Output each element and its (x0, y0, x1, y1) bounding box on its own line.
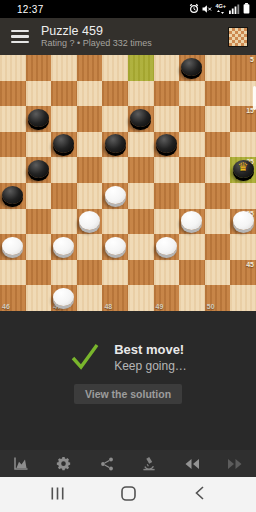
light-square (128, 234, 154, 260)
light-square (179, 81, 205, 107)
square-number-label: 48 (104, 303, 112, 310)
light-square (102, 260, 128, 286)
light-square (128, 81, 154, 107)
light-square (102, 106, 128, 132)
light-square (179, 183, 205, 209)
square-30[interactable] (205, 183, 231, 209)
square-41[interactable] (26, 260, 52, 286)
square-50[interactable]: 50 (205, 285, 231, 311)
white-man-34[interactable] (181, 211, 202, 230)
light-square (230, 183, 256, 209)
clock-time: 12:37 (17, 4, 44, 15)
square-3[interactable] (128, 55, 154, 81)
square-number-label: 46 (2, 303, 10, 310)
light-square (77, 81, 103, 107)
light-square (128, 132, 154, 158)
square-25[interactable]: 25♛ (230, 157, 256, 183)
square-10[interactable] (205, 81, 231, 107)
square-35[interactable]: 35 (230, 209, 256, 235)
analysis-microscope-icon (141, 456, 157, 471)
status-bar: 12:37 4G+ (0, 0, 256, 18)
toolbar (0, 450, 256, 477)
square-17[interactable] (51, 132, 77, 158)
feedback-panel: Best move! Keep going… View the solution (0, 311, 256, 450)
light-square (154, 209, 180, 235)
square-45[interactable]: 45 (230, 260, 256, 286)
light-square (77, 132, 103, 158)
mute-icon (202, 0, 212, 18)
square-15[interactable]: 15 (230, 106, 256, 132)
square-16[interactable] (0, 132, 26, 158)
square-13[interactable] (128, 106, 154, 132)
light-square (205, 157, 231, 183)
square-8[interactable] (102, 81, 128, 107)
light-square (154, 55, 180, 81)
black-man-19[interactable] (156, 134, 177, 153)
light-square (154, 260, 180, 286)
white-man-39[interactable] (156, 237, 177, 256)
light-square (230, 132, 256, 158)
recents-icon (51, 487, 64, 503)
square-46[interactable]: 46 (0, 285, 26, 311)
black-man-18[interactable] (105, 134, 126, 153)
settings-button[interactable] (43, 450, 86, 477)
feedback-subtitle: Keep going… (114, 360, 187, 373)
square-27[interactable] (51, 183, 77, 209)
square-48[interactable]: 48 (102, 285, 128, 311)
square-44[interactable] (179, 260, 205, 286)
square-9[interactable] (154, 81, 180, 107)
chart-icon (13, 456, 29, 471)
view-solution-button[interactable]: View the solution (74, 384, 182, 404)
puzzle-subtitle: Rating ? • Played 332 times (41, 39, 152, 48)
android-nav-bar (0, 477, 256, 512)
square-29[interactable] (154, 183, 180, 209)
square-23[interactable] (128, 157, 154, 183)
alarm-icon (189, 0, 199, 18)
back-icon (195, 486, 204, 503)
light-square (26, 234, 52, 260)
page-title: Puzzle 459 (41, 25, 152, 38)
battery-icon (243, 0, 250, 18)
light-square (102, 157, 128, 183)
square-1[interactable] (26, 55, 52, 81)
crown-icon: ♛ (233, 161, 254, 173)
black-man-17[interactable] (53, 134, 74, 153)
white-man-37[interactable] (53, 237, 74, 256)
white-man-35[interactable] (233, 211, 254, 230)
light-square (51, 55, 77, 81)
light-square (154, 106, 180, 132)
white-man-32[interactable] (79, 211, 100, 230)
square-number-label: 45 (246, 261, 254, 268)
square-43[interactable] (128, 260, 154, 286)
light-square (179, 234, 205, 260)
light-square (0, 209, 26, 235)
square-19[interactable] (154, 132, 180, 158)
share-button[interactable] (85, 450, 128, 477)
square-49[interactable]: 49 (154, 285, 180, 311)
square-32[interactable] (77, 209, 103, 235)
light-square (77, 285, 103, 311)
square-34[interactable] (179, 209, 205, 235)
hamburger-menu-button[interactable] (11, 30, 29, 43)
light-square (205, 260, 231, 286)
square-20[interactable] (205, 132, 231, 158)
light-square (205, 55, 231, 81)
light-square (0, 260, 26, 286)
white-man-36[interactable] (2, 237, 23, 256)
light-square (26, 132, 52, 158)
light-square (77, 234, 103, 260)
forward-button[interactable] (213, 450, 256, 477)
black-man-26[interactable] (2, 186, 23, 205)
light-square (179, 132, 205, 158)
white-man-28[interactable] (105, 186, 126, 205)
black-king-25[interactable]: ♛ (233, 160, 254, 179)
light-square (205, 209, 231, 235)
light-square (0, 106, 26, 132)
forward-icon (227, 458, 243, 470)
square-12[interactable] (77, 106, 103, 132)
square-14[interactable] (179, 106, 205, 132)
light-square (154, 157, 180, 183)
light-square (0, 55, 26, 81)
square-31[interactable] (26, 209, 52, 235)
square-38[interactable] (102, 234, 128, 260)
share-icon (100, 457, 114, 471)
status-icons: 4G+ (189, 0, 250, 18)
square-4[interactable] (179, 55, 205, 81)
square-5[interactable]: 5 (230, 55, 256, 81)
black-man-21[interactable] (28, 160, 49, 179)
black-man-11[interactable] (28, 109, 49, 128)
light-square (51, 157, 77, 183)
scroll-indicator[interactable] (253, 86, 256, 110)
light-square (77, 183, 103, 209)
rewind-button[interactable] (171, 450, 214, 477)
square-28[interactable] (102, 183, 128, 209)
square-2[interactable] (77, 55, 103, 81)
square-33[interactable] (128, 209, 154, 235)
light-square (102, 55, 128, 81)
light-square (26, 285, 52, 311)
light-square (51, 106, 77, 132)
checkmark-icon (69, 341, 101, 375)
square-number-label: 50 (207, 303, 215, 310)
square-number-label: 5 (250, 56, 254, 63)
white-man-38[interactable] (105, 237, 126, 256)
square-22[interactable] (77, 157, 103, 183)
chart-button[interactable] (0, 450, 43, 477)
black-man-13[interactable] (130, 109, 151, 128)
light-square (51, 260, 77, 286)
square-42[interactable] (77, 260, 103, 286)
light-square (230, 285, 256, 311)
light-square (0, 157, 26, 183)
app-bar: Puzzle 459 Rating ? • Played 332 times (0, 18, 256, 55)
square-26[interactable] (0, 183, 26, 209)
square-40[interactable] (205, 234, 231, 260)
phone-screen: 12:37 4G+ Puzzle 459 Rating ? • Played 3… (0, 0, 256, 512)
square-36[interactable] (0, 234, 26, 260)
square-7[interactable] (51, 81, 77, 107)
back-button[interactable] (179, 477, 219, 512)
light-square (205, 106, 231, 132)
feedback-title: Best move! (114, 343, 187, 357)
light-square (230, 234, 256, 260)
analysis-button[interactable] (128, 450, 171, 477)
light-square (51, 209, 77, 235)
light-square (128, 183, 154, 209)
network-4g-icon: 4G+ (215, 4, 226, 14)
light-square (26, 183, 52, 209)
square-24[interactable] (179, 157, 205, 183)
black-man-4[interactable] (181, 58, 202, 77)
light-square (128, 285, 154, 311)
rewind-icon (184, 458, 200, 470)
square-11[interactable] (26, 106, 52, 132)
square-47[interactable]: 47 (51, 285, 77, 311)
white-man-47[interactable] (53, 288, 74, 307)
signal-icon (229, 0, 240, 18)
home-button[interactable] (108, 477, 148, 512)
settings-gear-icon (56, 456, 71, 471)
light-square (26, 81, 52, 107)
mini-board-icon[interactable] (228, 27, 248, 47)
square-6[interactable] (0, 81, 26, 107)
recents-button[interactable] (37, 477, 77, 512)
square-37[interactable] (51, 234, 77, 260)
light-square (102, 209, 128, 235)
light-square (179, 285, 205, 311)
board: 51525♛35454647484950 (0, 55, 256, 311)
square-21[interactable] (26, 157, 52, 183)
square-18[interactable] (102, 132, 128, 158)
home-icon (121, 486, 136, 504)
square-39[interactable] (154, 234, 180, 260)
square-number-label: 49 (156, 303, 164, 310)
